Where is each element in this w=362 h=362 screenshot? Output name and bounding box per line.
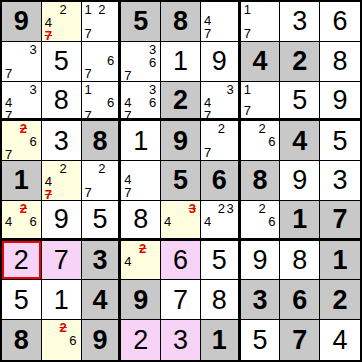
- cell-r5c2[interactable]: 247: [42, 161, 82, 201]
- candidate-grid: 27: [83, 162, 118, 199]
- candidate: 6: [30, 215, 40, 228]
- candidate-grid: 127: [83, 3, 118, 40]
- cell-r2c5[interactable]: 1: [161, 42, 201, 82]
- eliminated-candidate: 2: [16, 122, 27, 135]
- cell-r2c2[interactable]: 5: [42, 42, 82, 82]
- candidate: 2: [214, 202, 225, 215]
- candidate: 7: [83, 67, 92, 80]
- cell-r1c7[interactable]: 17: [241, 2, 281, 42]
- candidate: 2: [214, 122, 225, 135]
- cell-r5c4[interactable]: 47: [121, 161, 161, 201]
- cell-r5c1[interactable]: 1: [2, 161, 42, 201]
- candidate: 7: [83, 109, 92, 122]
- candidate-grid: 367: [122, 43, 159, 80]
- cell-r4c7[interactable]: 26: [241, 121, 281, 161]
- cell-r9c9[interactable]: 4: [320, 320, 360, 360]
- candidate: 4: [162, 215, 171, 228]
- candidate: 7: [202, 109, 211, 122]
- candidate: 6: [268, 135, 278, 148]
- candidate-grid: 17: [242, 83, 279, 118]
- cell-r3c6[interactable]: 347: [201, 82, 241, 122]
- given-digit: 3: [253, 286, 268, 314]
- cell-r3c8[interactable]: 5: [280, 82, 320, 122]
- cell-r8c4[interactable]: 9: [121, 280, 161, 320]
- given-digit: 2: [292, 47, 307, 75]
- cell-r4c3[interactable]: 8: [82, 121, 122, 161]
- cell-r8c9[interactable]: 2: [320, 280, 360, 320]
- candidate: 4: [202, 96, 211, 109]
- candidate: 7: [122, 109, 131, 122]
- candidate: 7: [122, 186, 131, 199]
- cell-r3c4[interactable]: 3467: [121, 82, 161, 122]
- given-digit: 2: [333, 286, 348, 314]
- solved-digit: 7: [173, 286, 188, 314]
- candidate: 3: [149, 83, 159, 96]
- given-digit: 8: [173, 7, 188, 35]
- cell-r3c7[interactable]: 17: [241, 82, 281, 122]
- solved-digit: 5: [333, 127, 348, 155]
- candidate: 4: [122, 173, 131, 186]
- candidate: 6: [149, 56, 159, 69]
- cell-r9c3[interactable]: 9: [82, 320, 122, 360]
- solved-digit: 9: [212, 47, 227, 75]
- solved-digit: 5: [292, 86, 307, 114]
- cell-r6c4[interactable]: 8: [121, 201, 161, 241]
- cell-r2c3[interactable]: 67: [82, 42, 122, 82]
- cell-r3c3[interactable]: 167: [82, 82, 122, 122]
- solved-digit: 5: [212, 246, 227, 274]
- solved-digit: 8: [292, 246, 307, 274]
- cell-r1c9[interactable]: 6: [320, 2, 360, 42]
- candidate: 4: [202, 14, 211, 27]
- given-digit: 3: [92, 246, 107, 274]
- cell-r8c8[interactable]: 6: [280, 280, 320, 320]
- candidate: 7: [122, 69, 131, 82]
- cell-r8c6[interactable]: 8: [201, 280, 241, 320]
- cell-r3c2[interactable]: 8: [42, 82, 82, 122]
- candidate: 2: [94, 3, 105, 16]
- candidate-grid: 34: [162, 202, 199, 237]
- candidate-grid: 47: [202, 3, 237, 40]
- cell-r2c8[interactable]: 2: [280, 42, 320, 82]
- cell-r8c1[interactable]: 5: [2, 280, 42, 320]
- cell-r9c6[interactable]: 1: [201, 320, 241, 360]
- candidate: 6: [268, 215, 278, 228]
- solved-digit: 1: [173, 47, 188, 75]
- candidate: 2: [254, 202, 265, 215]
- candidate: 2: [94, 162, 105, 175]
- candidate-grid: 26: [43, 321, 80, 359]
- solved-digit: 8: [54, 86, 69, 114]
- cell-r1c6[interactable]: 47: [201, 2, 241, 42]
- cell-r8c3[interactable]: 4: [82, 280, 122, 320]
- given-digit: 4: [92, 286, 107, 314]
- cell-r9c2[interactable]: 26: [42, 320, 82, 360]
- candidate: 6: [107, 96, 117, 109]
- candidate: 3: [30, 43, 40, 56]
- cell-r7c3[interactable]: 3: [82, 241, 122, 281]
- cell-r2c7[interactable]: 4: [241, 42, 281, 82]
- solved-digit: 3: [333, 166, 348, 194]
- cell-r7c7[interactable]: 9: [241, 241, 281, 281]
- candidate-grid: 246: [3, 202, 40, 237]
- cell-r5c8[interactable]: 9: [280, 161, 320, 201]
- solved-digit: 6: [333, 7, 348, 35]
- solved-digit: 2: [14, 246, 29, 274]
- cell-r5c5[interactable]: 5: [161, 161, 201, 201]
- cell-r5c7[interactable]: 8: [241, 161, 281, 201]
- candidate: 4: [122, 96, 131, 109]
- candidate: 7: [83, 27, 92, 40]
- candidate: 7: [3, 109, 12, 122]
- candidate-grid: 347: [3, 83, 40, 118]
- solved-digit: 8: [133, 205, 148, 233]
- solved-digit: 1: [133, 127, 148, 155]
- candidate-grid: 3467: [122, 83, 159, 118]
- candidate-grid: 27: [202, 122, 237, 159]
- candidate: 2: [56, 162, 67, 175]
- given-digit: 9: [92, 326, 107, 354]
- cell-r1c4[interactable]: 5: [121, 2, 161, 42]
- candidate: 7: [3, 67, 12, 80]
- candidate: 1: [83, 83, 92, 96]
- candidate: 7: [83, 186, 92, 199]
- candidate: 4: [3, 215, 12, 228]
- candidate: 7: [202, 27, 211, 40]
- solved-digit: 5: [253, 326, 268, 354]
- candidate-grid: 347: [202, 83, 237, 118]
- given-digit: 6: [212, 166, 227, 194]
- candidate: 7: [202, 146, 211, 159]
- candidate-grid: 247: [43, 162, 80, 199]
- cell-r6c1[interactable]: 246: [2, 201, 42, 241]
- solved-digit: 3: [54, 127, 69, 155]
- candidate-grid: 37: [3, 43, 40, 80]
- candidate-grid: 17: [242, 3, 279, 40]
- cell-r7c8[interactable]: 8: [280, 241, 320, 281]
- solved-digit: 5: [54, 47, 69, 75]
- candidate: 4: [202, 215, 211, 228]
- solved-digit: 5: [92, 205, 107, 233]
- eliminated-candidate: 3: [189, 202, 199, 215]
- solved-digit: 4: [333, 326, 348, 354]
- eliminated-candidate: 7: [43, 188, 52, 201]
- given-digit: 8: [14, 326, 29, 354]
- cell-r7c2[interactable]: 7: [42, 241, 82, 281]
- candidate-grid: 67: [83, 43, 118, 80]
- given-digit: 4: [292, 127, 307, 155]
- solved-digit: 6: [173, 246, 188, 274]
- cell-r7c4[interactable]: 24: [121, 241, 161, 281]
- cell-r3c5[interactable]: 2: [161, 82, 201, 122]
- cell-r1c2[interactable]: 247: [42, 2, 82, 42]
- candidate: 7: [242, 104, 251, 117]
- cell-r3c1[interactable]: 347: [2, 82, 42, 122]
- cell-r1c5[interactable]: 8: [161, 2, 201, 42]
- given-digit: 9: [14, 7, 29, 35]
- solved-digit: 9: [54, 205, 69, 233]
- candidate: 3: [226, 202, 236, 215]
- given-digit: 4: [253, 47, 268, 75]
- cell-r9c8[interactable]: 7: [280, 320, 320, 360]
- candidate: 1: [83, 3, 92, 16]
- solved-digit: 2: [133, 326, 148, 354]
- cell-r3c9[interactable]: 9: [320, 82, 360, 122]
- cell-r9c7[interactable]: 5: [241, 320, 281, 360]
- candidate: 6: [69, 334, 79, 347]
- solved-digit: 5: [14, 286, 29, 314]
- candidate: 1: [242, 83, 251, 96]
- given-digit: 5: [133, 7, 148, 35]
- given-digit: 7: [333, 205, 348, 233]
- solved-digit: 7: [54, 246, 69, 274]
- cell-r6c2[interactable]: 9: [42, 201, 82, 241]
- solved-digit: 1: [54, 286, 69, 314]
- solved-digit: 8: [333, 47, 348, 75]
- cell-r5c3[interactable]: 27: [82, 161, 122, 201]
- solved-digit: 3: [292, 7, 307, 35]
- candidate-grid: 26: [242, 122, 279, 159]
- given-digit: 1: [292, 205, 307, 233]
- cell-r8c2[interactable]: 1: [42, 280, 82, 320]
- cell-r8c7[interactable]: 3: [241, 280, 281, 320]
- given-digit: 8: [253, 166, 268, 194]
- cell-r7c9[interactable]: 1: [320, 241, 360, 281]
- eliminated-candidate: 2: [56, 321, 67, 334]
- eliminated-candidate: 2: [135, 242, 146, 255]
- cell-r6c7[interactable]: 26: [241, 201, 281, 241]
- cell-r2c9[interactable]: 8: [320, 42, 360, 82]
- cell-r4c2[interactable]: 3: [42, 121, 82, 161]
- given-digit: 6: [292, 286, 307, 314]
- cell-r7c6[interactable]: 5: [201, 241, 241, 281]
- cell-r6c6[interactable]: 234: [201, 201, 241, 241]
- candidate-grid: 47: [122, 162, 159, 199]
- candidate: 6: [107, 54, 117, 67]
- cell-r7c5[interactable]: 6: [161, 241, 201, 281]
- given-digit: 9: [133, 286, 148, 314]
- cell-r6c5[interactable]: 34: [161, 201, 201, 241]
- candidate: 1: [242, 3, 251, 16]
- candidate: 6: [149, 96, 159, 109]
- cell-r2c4[interactable]: 367: [121, 42, 161, 82]
- given-digit: 1: [333, 246, 348, 274]
- candidate: 4: [3, 96, 12, 109]
- cell-r9c5[interactable]: 3: [161, 320, 201, 360]
- solved-digit: 8: [212, 286, 227, 314]
- eliminated-candidate: 2: [16, 202, 27, 215]
- candidate: 4: [122, 255, 131, 268]
- cell-r8c5[interactable]: 7: [161, 280, 201, 320]
- cell-r5c6[interactable]: 6: [201, 161, 241, 201]
- candidate-grid: 267: [3, 122, 40, 159]
- cell-r4c9[interactable]: 5: [320, 121, 360, 161]
- cell-r4c8[interactable]: 4: [280, 121, 320, 161]
- given-digit: 1: [14, 166, 29, 194]
- candidate-grid: 247: [43, 3, 80, 40]
- candidate: 6: [30, 135, 40, 148]
- cell-r6c9[interactable]: 7: [320, 201, 360, 241]
- given-digit: 7: [292, 326, 307, 354]
- candidate: 3: [149, 43, 159, 56]
- solved-digit: 3: [173, 326, 188, 354]
- cell-r2c1[interactable]: 37: [2, 42, 42, 82]
- cell-r6c8[interactable]: 1: [280, 201, 320, 241]
- selected-cell-r7c1[interactable]: 2: [2, 241, 42, 281]
- cell-r6c3[interactable]: 5: [82, 201, 122, 241]
- given-digit: 8: [92, 127, 107, 155]
- cell-r4c5[interactable]: 9: [161, 121, 201, 161]
- given-digit: 2: [173, 86, 188, 114]
- cell-r4c1[interactable]: 267: [2, 121, 42, 161]
- eliminated-candidate: 7: [43, 29, 52, 42]
- cell-r9c1[interactable]: 8: [2, 320, 42, 360]
- cell-r4c6[interactable]: 27: [201, 121, 241, 161]
- candidate-grid: 24: [122, 242, 159, 279]
- candidate: 2: [56, 3, 67, 16]
- solved-digit: 9: [292, 166, 307, 194]
- given-digit: 1: [212, 326, 227, 354]
- cell-r1c3[interactable]: 127: [82, 2, 122, 42]
- given-digit: 9: [173, 127, 188, 155]
- candidate-grid: 234: [202, 202, 237, 237]
- candidate-grid: 26: [242, 202, 279, 237]
- cell-r5c9[interactable]: 3: [320, 161, 360, 201]
- given-digit: 5: [173, 166, 188, 194]
- candidate: 2: [254, 122, 265, 135]
- cell-r1c8[interactable]: 3: [280, 2, 320, 42]
- solved-digit: 9: [333, 86, 348, 114]
- cell-r2c6[interactable]: 9: [201, 42, 241, 82]
- cell-r9c4[interactable]: 2: [121, 320, 161, 360]
- candidate: 7: [3, 148, 12, 161]
- candidate-grid: 167: [83, 83, 118, 118]
- solved-digit: 9: [253, 246, 268, 274]
- candidate: 3: [30, 83, 40, 96]
- candidate: 7: [242, 27, 251, 40]
- cell-r4c4[interactable]: 1: [121, 121, 161, 161]
- cell-r1c1[interactable]: 9: [2, 2, 42, 42]
- sudoku-board: 9247127584717363756736719428347816734672…: [0, 0, 362, 362]
- candidate: 3: [226, 83, 236, 96]
